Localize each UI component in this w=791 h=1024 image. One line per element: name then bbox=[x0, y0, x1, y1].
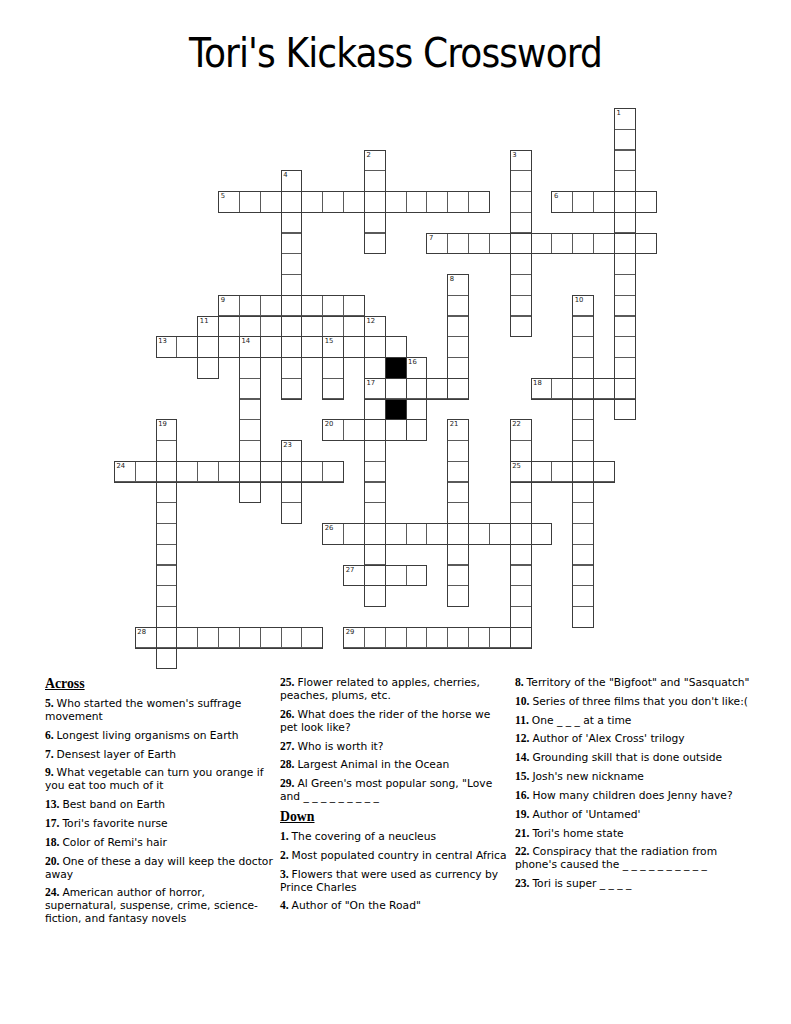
grid-cell[interactable] bbox=[343, 316, 365, 338]
grid-cell[interactable] bbox=[572, 585, 594, 607]
clue-number-label: 21. bbox=[515, 827, 532, 840]
clue-number: 29 bbox=[346, 628, 355, 636]
grid-cell[interactable] bbox=[385, 419, 407, 441]
grid-cell[interactable] bbox=[260, 191, 282, 213]
clue-across-20: 20. One of these a day will keep the doc… bbox=[45, 855, 278, 882]
grid-cell[interactable] bbox=[551, 233, 573, 255]
clue-number: 12 bbox=[366, 317, 375, 325]
grid-cell[interactable] bbox=[322, 316, 344, 338]
clue-column-2: 25. Flower related to apples, cherries, … bbox=[280, 676, 508, 918]
clue-number-label: 13. bbox=[45, 798, 62, 811]
grid-cell[interactable]: 12 bbox=[364, 316, 386, 338]
grid-cell[interactable] bbox=[510, 274, 532, 296]
grid-cell[interactable] bbox=[260, 336, 282, 358]
grid-cell[interactable] bbox=[301, 336, 323, 358]
clue-across-7: 7. Densest layer of Earth bbox=[45, 748, 278, 762]
grid-cell[interactable] bbox=[364, 502, 386, 524]
grid-cell[interactable] bbox=[510, 440, 532, 462]
grid-cell[interactable]: 23 bbox=[281, 440, 303, 462]
grid-cell[interactable] bbox=[447, 357, 469, 379]
grid-cell[interactable] bbox=[614, 253, 636, 275]
grid-cell[interactable]: 3 bbox=[510, 150, 532, 172]
grid-cell[interactable] bbox=[156, 585, 178, 607]
grid-cell[interactable] bbox=[572, 336, 594, 358]
grid-cell[interactable] bbox=[572, 461, 594, 483]
grid-cell[interactable] bbox=[322, 378, 344, 400]
grid-cell[interactable] bbox=[447, 461, 469, 483]
grid-cell[interactable] bbox=[447, 378, 469, 400]
grid-cell[interactable] bbox=[614, 170, 636, 192]
grid-cell[interactable]: 28 bbox=[135, 627, 157, 649]
down-header: Down bbox=[280, 809, 508, 825]
grid-cell[interactable] bbox=[572, 523, 594, 545]
grid-cell[interactable] bbox=[572, 606, 594, 628]
grid-cell[interactable] bbox=[447, 482, 469, 504]
grid-cell[interactable] bbox=[281, 336, 303, 358]
clue-number: 15 bbox=[325, 337, 334, 345]
grid-cell[interactable] bbox=[572, 399, 594, 421]
grid-cell[interactable] bbox=[281, 627, 303, 649]
clue-number: 10 bbox=[575, 296, 584, 304]
grid-cell[interactable] bbox=[364, 170, 386, 192]
grid-cell[interactable]: 27 bbox=[343, 565, 365, 587]
grid-cell[interactable] bbox=[531, 523, 553, 545]
grid-cell[interactable] bbox=[489, 627, 511, 649]
clue-number: 22 bbox=[512, 420, 521, 428]
grid-cell[interactable] bbox=[572, 440, 594, 462]
grid-cell[interactable] bbox=[364, 627, 386, 649]
across-header: Across bbox=[45, 676, 278, 692]
grid-cell[interactable] bbox=[301, 461, 323, 483]
clue-number-label: 5. bbox=[45, 697, 57, 710]
grid-cell[interactable] bbox=[614, 316, 636, 338]
clue-across-13: 13. Best band on Earth bbox=[45, 798, 278, 812]
grid-cell[interactable] bbox=[364, 233, 386, 255]
grid-cell[interactable] bbox=[572, 191, 594, 213]
grid-cell[interactable] bbox=[593, 233, 615, 255]
clue-across-28: 28. Largest Animal in the Ocean bbox=[280, 758, 508, 772]
grid-cell[interactable] bbox=[572, 482, 594, 504]
grid-cell[interactable] bbox=[239, 440, 261, 462]
clue-down-8: 8. Territory of the "Bigfoot" and "Sasqu… bbox=[515, 676, 752, 690]
grid-cell[interactable] bbox=[406, 399, 428, 421]
grid-cell[interactable] bbox=[364, 419, 386, 441]
grid-cell[interactable] bbox=[531, 233, 553, 255]
grid-cell[interactable]: 17 bbox=[364, 378, 386, 400]
clue-number: 17 bbox=[366, 379, 375, 387]
grid-cell[interactable] bbox=[635, 233, 657, 255]
clue-down-19: 19. Author of 'Untamed' bbox=[515, 808, 752, 822]
grid-cell[interactable] bbox=[614, 233, 636, 255]
grid-cell[interactable]: 14 bbox=[239, 336, 261, 358]
grid-cell[interactable] bbox=[197, 336, 219, 358]
grid-cell[interactable] bbox=[239, 419, 261, 441]
grid-cell[interactable] bbox=[447, 544, 469, 566]
clue-number-label: 10. bbox=[515, 695, 532, 708]
grid-cell[interactable] bbox=[156, 565, 178, 587]
grid-cell[interactable]: 16 bbox=[406, 357, 428, 379]
clue-down-12: 12. Author of 'Alex Cross' trilogy bbox=[515, 732, 752, 746]
grid-cell[interactable] bbox=[551, 461, 573, 483]
clue-across-24: 24. American author of horror, supernatu… bbox=[45, 886, 278, 926]
grid-cell[interactable] bbox=[281, 502, 303, 524]
grid-cell[interactable] bbox=[364, 565, 386, 587]
grid-cell[interactable] bbox=[572, 357, 594, 379]
grid-cell[interactable] bbox=[281, 191, 303, 213]
grid-cell[interactable] bbox=[364, 461, 386, 483]
grid-cell[interactable] bbox=[510, 316, 532, 338]
grid-cell[interactable] bbox=[510, 544, 532, 566]
grid-cell[interactable] bbox=[572, 544, 594, 566]
grid-cell[interactable]: 9 bbox=[218, 295, 240, 317]
grid-cell[interactable] bbox=[551, 378, 573, 400]
grid-cell[interactable] bbox=[176, 461, 198, 483]
grid-cell[interactable] bbox=[531, 461, 553, 483]
grid-cell[interactable] bbox=[281, 295, 303, 317]
grid-cell[interactable]: 20 bbox=[322, 419, 344, 441]
grid-cell[interactable] bbox=[239, 378, 261, 400]
clue-number: 18 bbox=[533, 379, 542, 387]
grid-cell[interactable] bbox=[385, 523, 407, 545]
clue-across-26: 26. What does the rider of the horse we … bbox=[280, 708, 508, 735]
grid-cell[interactable] bbox=[343, 295, 365, 317]
grid-cell[interactable] bbox=[322, 461, 344, 483]
grid-cell[interactable] bbox=[343, 419, 365, 441]
clue-down-23: 23. Tori is super _ _ _ _ bbox=[515, 877, 752, 891]
grid-cell[interactable] bbox=[614, 378, 636, 400]
grid-cell[interactable] bbox=[239, 316, 261, 338]
clue-across-6: 6. Longest living organisms on Earth bbox=[45, 729, 278, 743]
grid-cell[interactable] bbox=[426, 627, 448, 649]
clue-column-1: Across5. Who started the women's suffrag… bbox=[45, 676, 278, 931]
grid-cell[interactable] bbox=[239, 627, 261, 649]
grid-cell[interactable] bbox=[385, 191, 407, 213]
grid-cell[interactable]: 6 bbox=[551, 191, 573, 213]
clue-down-10: 10. Series of three films that you don't… bbox=[515, 695, 752, 709]
grid-cell[interactable] bbox=[364, 336, 386, 358]
clue-number-label: 19. bbox=[515, 808, 532, 821]
grid-cell[interactable] bbox=[572, 233, 594, 255]
grid-cell[interactable] bbox=[156, 461, 178, 483]
clue-down-16: 16. How many children does Jenny have? bbox=[515, 789, 752, 803]
grid-cell[interactable] bbox=[156, 606, 178, 628]
grid-cell[interactable] bbox=[301, 627, 323, 649]
grid-cell[interactable] bbox=[635, 191, 657, 213]
grid-cell[interactable] bbox=[447, 565, 469, 587]
grid-cell[interactable] bbox=[447, 585, 469, 607]
grid-cell[interactable]: 26 bbox=[322, 523, 344, 545]
clue-number-label: 16. bbox=[515, 789, 532, 802]
grid-cell[interactable] bbox=[593, 378, 615, 400]
grid-cell[interactable] bbox=[614, 336, 636, 358]
clue-number: 26 bbox=[325, 524, 334, 532]
grid-cell[interactable]: 8 bbox=[447, 274, 469, 296]
clue-down-22: 22. Conspiracy that the radiation from p… bbox=[515, 845, 752, 872]
clue-number-label: 25. bbox=[280, 676, 297, 689]
clue-number-label: 28. bbox=[280, 758, 297, 771]
grid-cell[interactable] bbox=[156, 544, 178, 566]
grid-cell[interactable] bbox=[364, 399, 386, 421]
grid-cell[interactable] bbox=[260, 461, 282, 483]
grid-cell[interactable] bbox=[260, 627, 282, 649]
clue-across-18: 18. Color of Remi's hair bbox=[45, 836, 278, 850]
grid-cell[interactable] bbox=[468, 627, 490, 649]
clue-number: 21 bbox=[450, 420, 459, 428]
clue-number: 13 bbox=[158, 337, 167, 345]
grid-cell[interactable] bbox=[239, 482, 261, 504]
grid-cell[interactable] bbox=[322, 295, 344, 317]
clue-down-15: 15. Josh's new nickname bbox=[515, 770, 752, 784]
grid-cell[interactable] bbox=[364, 482, 386, 504]
grid-cell[interactable] bbox=[510, 212, 532, 234]
clue-down-3: 3. Flowers that were used as currency by… bbox=[280, 868, 508, 895]
clue-number-label: 9. bbox=[45, 766, 57, 779]
grid-cell[interactable] bbox=[614, 212, 636, 234]
grid-cell[interactable] bbox=[281, 378, 303, 400]
grid-cell[interactable] bbox=[156, 502, 178, 524]
clue-across-29: 29. Al Green's most popular song, "Love … bbox=[280, 777, 508, 804]
grid-cell[interactable] bbox=[447, 502, 469, 524]
grid-cell[interactable] bbox=[301, 295, 323, 317]
grid-cell[interactable] bbox=[489, 233, 511, 255]
grid-cell[interactable] bbox=[447, 191, 469, 213]
grid-cell[interactable] bbox=[239, 357, 261, 379]
grid-cell[interactable] bbox=[406, 523, 428, 545]
clue-number-label: 15. bbox=[515, 770, 532, 783]
clue-number-label: 26. bbox=[280, 708, 297, 721]
grid-cell[interactable] bbox=[156, 627, 178, 649]
clue-column-3: 8. Territory of the "Bigfoot" and "Sasqu… bbox=[515, 676, 752, 896]
grid-cell[interactable] bbox=[447, 295, 469, 317]
grid-cell[interactable]: 2 bbox=[364, 150, 386, 172]
clue-across-5: 5. Who started the women's suffrage move… bbox=[45, 697, 278, 724]
grid-cell[interactable] bbox=[385, 336, 407, 358]
grid-cell[interactable]: 4 bbox=[281, 170, 303, 192]
grid-cell[interactable] bbox=[281, 316, 303, 338]
clue-down-21: 21. Tori's home state bbox=[515, 827, 752, 841]
grid-cell[interactable] bbox=[510, 253, 532, 275]
grid-cell[interactable] bbox=[385, 627, 407, 649]
grid-cell[interactable] bbox=[572, 378, 594, 400]
clue-down-1: 1. The covering of a neucleus bbox=[280, 830, 508, 844]
grid-cell[interactable] bbox=[614, 129, 636, 151]
grid-cell[interactable] bbox=[239, 295, 261, 317]
clue-number: 14 bbox=[241, 337, 250, 345]
clue-number: 20 bbox=[325, 420, 334, 428]
clue-across-17: 17. Tori's favorite nurse bbox=[45, 817, 278, 831]
grid-cell[interactable] bbox=[572, 316, 594, 338]
clue-number-label: 20. bbox=[45, 855, 62, 868]
grid-cell[interactable] bbox=[343, 523, 365, 545]
clue-number: 23 bbox=[283, 441, 292, 449]
grid-cell[interactable] bbox=[156, 440, 178, 462]
grid-cell[interactable] bbox=[385, 378, 407, 400]
crossword-grid: 1234567891011121314151617181920212223242… bbox=[114, 108, 674, 678]
grid-cell[interactable] bbox=[406, 565, 428, 587]
grid-cell[interactable] bbox=[510, 523, 532, 545]
clue-number-label: 8. bbox=[515, 676, 527, 689]
grid-cell[interactable]: 18 bbox=[531, 378, 553, 400]
clue-number: 11 bbox=[200, 317, 209, 325]
grid-cell[interactable] bbox=[447, 233, 469, 255]
grid-cell[interactable] bbox=[301, 316, 323, 338]
grid-cell[interactable] bbox=[510, 606, 532, 628]
grid-cell[interactable] bbox=[510, 502, 532, 524]
grid-cell[interactable] bbox=[572, 565, 594, 587]
grid-cell[interactable] bbox=[426, 378, 448, 400]
clue-number: 4 bbox=[283, 171, 287, 179]
clue-down-4: 4. Author of "On the Road" bbox=[280, 899, 508, 913]
grid-cell[interactable] bbox=[260, 295, 282, 317]
grid-cell[interactable] bbox=[593, 191, 615, 213]
grid-cell[interactable] bbox=[510, 191, 532, 213]
clue-number: 8 bbox=[450, 275, 454, 283]
clue-down-11: 11. One _ _ _ at a time bbox=[515, 714, 752, 728]
clue-number-label: 14. bbox=[515, 751, 532, 764]
grid-cell[interactable] bbox=[197, 461, 219, 483]
clue-number-label: 17. bbox=[45, 817, 62, 830]
grid-cell[interactable] bbox=[385, 565, 407, 587]
clue-number-label: 11. bbox=[515, 714, 532, 727]
grid-cell[interactable] bbox=[614, 274, 636, 296]
grid-cell[interactable] bbox=[322, 191, 344, 213]
grid-cell[interactable] bbox=[239, 191, 261, 213]
grid-cell[interactable] bbox=[406, 378, 428, 400]
grid-cell[interactable] bbox=[406, 627, 428, 649]
grid-cell[interactable] bbox=[447, 627, 469, 649]
black-cell bbox=[385, 399, 407, 421]
grid-cell[interactable] bbox=[406, 419, 428, 441]
grid-cell[interactable] bbox=[197, 627, 219, 649]
grid-cell[interactable] bbox=[135, 461, 157, 483]
clue-number-label: 24. bbox=[45, 886, 62, 899]
clue-number-label: 29. bbox=[280, 777, 297, 790]
clue-down-14: 14. Grounding skill that is done outside bbox=[515, 751, 752, 765]
grid-cell[interactable] bbox=[510, 565, 532, 587]
grid-cell[interactable] bbox=[572, 502, 594, 524]
grid-cell[interactable] bbox=[406, 191, 428, 213]
grid-cell[interactable] bbox=[447, 523, 469, 545]
grid-cell[interactable] bbox=[281, 233, 303, 255]
grid-cell[interactable]: 7 bbox=[426, 233, 448, 255]
grid-cell[interactable]: 19 bbox=[156, 419, 178, 441]
grid-cell[interactable] bbox=[510, 295, 532, 317]
grid-cell[interactable] bbox=[156, 482, 178, 504]
grid-cell[interactable] bbox=[510, 170, 532, 192]
grid-cell[interactable]: 25 bbox=[510, 461, 532, 483]
grid-cell[interactable] bbox=[281, 482, 303, 504]
clue-number-label: 1. bbox=[280, 830, 292, 843]
grid-cell[interactable] bbox=[510, 233, 532, 255]
grid-cell[interactable] bbox=[281, 461, 303, 483]
grid-cell[interactable] bbox=[364, 357, 386, 379]
grid-cell[interactable] bbox=[156, 648, 178, 670]
grid-cell[interactable] bbox=[510, 627, 532, 649]
clue-number: 5 bbox=[221, 192, 225, 200]
grid-cell[interactable] bbox=[218, 627, 240, 649]
grid-cell[interactable] bbox=[468, 233, 490, 255]
grid-cell[interactable] bbox=[260, 316, 282, 338]
grid-cell[interactable] bbox=[426, 523, 448, 545]
clue-number-label: 7. bbox=[45, 748, 57, 761]
grid-cell[interactable] bbox=[614, 357, 636, 379]
clue-across-25: 25. Flower related to apples, cherries, … bbox=[280, 676, 508, 703]
clue-number-label: 22. bbox=[515, 845, 532, 858]
grid-cell[interactable] bbox=[572, 419, 594, 441]
grid-cell[interactable] bbox=[197, 357, 219, 379]
grid-cell[interactable]: 15 bbox=[322, 336, 344, 358]
grid-cell[interactable] bbox=[281, 253, 303, 275]
grid-cell[interactable] bbox=[364, 585, 386, 607]
clue-number: 27 bbox=[346, 566, 355, 574]
grid-cell[interactable] bbox=[614, 295, 636, 317]
grid-cell[interactable] bbox=[364, 523, 386, 545]
grid-cell[interactable] bbox=[614, 399, 636, 421]
grid-cell[interactable] bbox=[156, 523, 178, 545]
grid-cell[interactable] bbox=[239, 461, 261, 483]
grid-cell[interactable] bbox=[447, 316, 469, 338]
grid-cell[interactable] bbox=[614, 150, 636, 172]
grid-cell[interactable] bbox=[364, 544, 386, 566]
clue-number-label: 4. bbox=[280, 899, 292, 912]
clue-down-2: 2. Most populated country in central Afr… bbox=[280, 849, 508, 863]
grid-cell[interactable] bbox=[281, 212, 303, 234]
grid-cell[interactable] bbox=[343, 191, 365, 213]
grid-cell[interactable]: 10 bbox=[572, 295, 594, 317]
grid-cell[interactable]: 24 bbox=[114, 461, 136, 483]
grid-cell[interactable] bbox=[468, 523, 490, 545]
grid-cell[interactable] bbox=[447, 336, 469, 358]
grid-cell[interactable] bbox=[322, 357, 344, 379]
grid-cell[interactable]: 1 bbox=[614, 108, 636, 130]
grid-cell[interactable] bbox=[218, 461, 240, 483]
grid-cell[interactable] bbox=[239, 399, 261, 421]
clue-number-label: 18. bbox=[45, 836, 62, 849]
grid-cell[interactable] bbox=[176, 627, 198, 649]
grid-cell[interactable] bbox=[218, 336, 240, 358]
grid-cell[interactable]: 11 bbox=[197, 316, 219, 338]
grid-cell[interactable] bbox=[447, 440, 469, 462]
clue-number: 25 bbox=[512, 462, 521, 470]
clue-number: 16 bbox=[408, 358, 417, 366]
grid-cell[interactable] bbox=[281, 274, 303, 296]
clue-number: 6 bbox=[554, 192, 558, 200]
grid-cell[interactable]: 13 bbox=[156, 336, 178, 358]
grid-cell[interactable] bbox=[489, 523, 511, 545]
grid-cell[interactable] bbox=[218, 316, 240, 338]
clue-number-label: 23. bbox=[515, 877, 532, 890]
grid-cell[interactable] bbox=[281, 357, 303, 379]
grid-cell[interactable] bbox=[593, 461, 615, 483]
grid-cell[interactable] bbox=[614, 191, 636, 213]
clue-number: 7 bbox=[429, 234, 433, 242]
grid-cell[interactable] bbox=[426, 191, 448, 213]
grid-cell[interactable]: 5 bbox=[218, 191, 240, 213]
grid-cell[interactable]: 22 bbox=[510, 419, 532, 441]
clue-number-label: 12. bbox=[515, 732, 532, 745]
grid-cell[interactable] bbox=[468, 191, 490, 213]
grid-cell[interactable]: 29 bbox=[343, 627, 365, 649]
grid-cell[interactable] bbox=[364, 440, 386, 462]
grid-cell[interactable] bbox=[510, 482, 532, 504]
grid-cell[interactable] bbox=[343, 336, 365, 358]
grid-cell[interactable] bbox=[301, 191, 323, 213]
grid-cell[interactable] bbox=[510, 585, 532, 607]
grid-cell[interactable] bbox=[364, 191, 386, 213]
grid-cell[interactable]: 21 bbox=[447, 419, 469, 441]
grid-cell[interactable] bbox=[364, 212, 386, 234]
grid-cell[interactable] bbox=[176, 336, 198, 358]
